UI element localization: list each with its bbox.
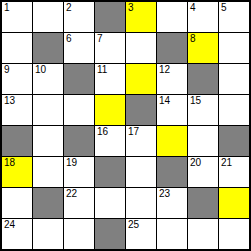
cell-r1c5 xyxy=(157,33,187,63)
clue-number: 2 xyxy=(66,3,72,13)
cell-r1c4[interactable] xyxy=(126,33,156,63)
cell-r3c4 xyxy=(126,95,156,125)
cell-r4c3[interactable]: 16 xyxy=(95,126,125,156)
clue-number: 20 xyxy=(190,158,201,168)
cell-r2c4[interactable] xyxy=(126,64,156,94)
cell-r1c3[interactable]: 7 xyxy=(95,33,125,63)
cell-r3c2[interactable] xyxy=(64,95,94,125)
cell-r0c1[interactable] xyxy=(33,2,63,32)
cell-r7c1[interactable] xyxy=(33,219,63,249)
cell-r4c2 xyxy=(64,126,94,156)
cell-r7c7[interactable] xyxy=(219,219,249,249)
cell-r7c0[interactable]: 24 xyxy=(2,219,32,249)
cell-r2c2 xyxy=(64,64,94,94)
cell-r0c3 xyxy=(95,2,125,32)
cell-r3c0[interactable]: 13 xyxy=(2,95,32,125)
cell-r5c7[interactable]: 21 xyxy=(219,157,249,187)
cell-r4c6[interactable] xyxy=(188,126,218,156)
clue-number: 24 xyxy=(4,220,15,230)
clue-number: 21 xyxy=(221,158,232,168)
cell-r7c5[interactable] xyxy=(157,219,187,249)
cell-r3c1[interactable] xyxy=(33,95,63,125)
cell-r5c4[interactable] xyxy=(126,157,156,187)
cell-r6c5[interactable]: 23 xyxy=(157,188,187,218)
cell-r5c2[interactable]: 19 xyxy=(64,157,94,187)
clue-number: 18 xyxy=(4,158,15,168)
clue-number: 14 xyxy=(159,96,170,106)
cell-r0c5[interactable] xyxy=(157,2,187,32)
clue-number: 16 xyxy=(97,127,108,137)
clue-number: 19 xyxy=(66,158,77,168)
cell-r0c7[interactable]: 5 xyxy=(219,2,249,32)
cell-r0c2[interactable]: 2 xyxy=(64,2,94,32)
cell-r2c6 xyxy=(188,64,218,94)
cell-r7c2[interactable] xyxy=(64,219,94,249)
cell-r1c2[interactable]: 6 xyxy=(64,33,94,63)
clue-number: 13 xyxy=(4,96,15,106)
cell-r4c5[interactable] xyxy=(157,126,187,156)
cell-r3c7[interactable] xyxy=(219,95,249,125)
cell-r7c4[interactable]: 25 xyxy=(126,219,156,249)
cell-r2c0[interactable]: 9 xyxy=(2,64,32,94)
cell-r6c3[interactable] xyxy=(95,188,125,218)
cell-r6c0[interactable] xyxy=(2,188,32,218)
cell-r7c3 xyxy=(95,219,125,249)
cell-r3c6[interactable]: 15 xyxy=(188,95,218,125)
cell-r1c6[interactable]: 8 xyxy=(188,33,218,63)
clue-number: 15 xyxy=(190,96,201,106)
cell-r5c1[interactable] xyxy=(33,157,63,187)
cell-r0c6[interactable]: 4 xyxy=(188,2,218,32)
crossword-grid: 1234567891011121314151617181920212223242… xyxy=(0,0,251,251)
cell-r0c0[interactable]: 1 xyxy=(2,2,32,32)
cell-r5c0[interactable]: 18 xyxy=(2,157,32,187)
cell-r1c1 xyxy=(33,33,63,63)
cell-r2c3[interactable]: 11 xyxy=(95,64,125,94)
cell-r5c6[interactable]: 20 xyxy=(188,157,218,187)
cell-r3c5[interactable]: 14 xyxy=(157,95,187,125)
clue-number: 9 xyxy=(4,65,10,75)
cell-r4c4[interactable]: 17 xyxy=(126,126,156,156)
clue-number: 5 xyxy=(221,3,227,13)
cell-r0c4[interactable]: 3 xyxy=(126,2,156,32)
cell-r4c7 xyxy=(219,126,249,156)
clue-number: 17 xyxy=(128,127,139,137)
cell-r1c0[interactable] xyxy=(2,33,32,63)
cell-r3c3[interactable] xyxy=(95,95,125,125)
cell-r6c7[interactable] xyxy=(219,188,249,218)
clue-number: 1 xyxy=(4,3,10,13)
clue-number: 10 xyxy=(35,65,46,75)
cell-r6c1 xyxy=(33,188,63,218)
cell-r7c6[interactable] xyxy=(188,219,218,249)
cell-r5c3 xyxy=(95,157,125,187)
clue-number: 8 xyxy=(190,34,196,44)
clue-number: 12 xyxy=(159,65,170,75)
clue-number: 23 xyxy=(159,189,170,199)
cell-r4c1[interactable] xyxy=(33,126,63,156)
clue-number: 6 xyxy=(66,34,72,44)
cell-r5c5 xyxy=(157,157,187,187)
cell-r6c2[interactable]: 22 xyxy=(64,188,94,218)
clue-number: 7 xyxy=(97,34,103,44)
cell-r6c4[interactable] xyxy=(126,188,156,218)
clue-number: 11 xyxy=(97,65,107,75)
cell-r2c1[interactable]: 10 xyxy=(33,64,63,94)
clue-number: 25 xyxy=(128,220,139,230)
clue-number: 4 xyxy=(190,3,196,13)
clue-number: 3 xyxy=(128,3,134,13)
cell-r1c7[interactable] xyxy=(219,33,249,63)
clue-number: 22 xyxy=(66,189,77,199)
cell-r6c6 xyxy=(188,188,218,218)
cell-r4c0 xyxy=(2,126,32,156)
cell-r2c5[interactable]: 12 xyxy=(157,64,187,94)
cell-r2c7[interactable] xyxy=(219,64,249,94)
